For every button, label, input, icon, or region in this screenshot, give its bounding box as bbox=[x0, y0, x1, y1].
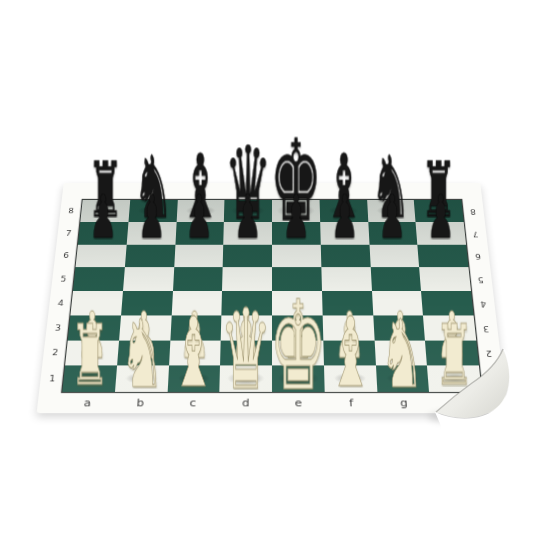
rank-label-left-6: 6 bbox=[63, 252, 69, 259]
piece-contact-shadow bbox=[185, 206, 215, 215]
square-a7 bbox=[78, 222, 128, 244]
square-a5 bbox=[73, 267, 125, 291]
square-b6 bbox=[125, 244, 175, 267]
piece-contact-shadow bbox=[189, 229, 210, 236]
square-b7 bbox=[126, 222, 176, 244]
square-e8 bbox=[272, 200, 320, 222]
square-g7 bbox=[368, 222, 418, 244]
piece-contact-shadow bbox=[376, 206, 406, 215]
queen-glyph: ♛ bbox=[225, 133, 272, 235]
bishop-glyph: ♝ bbox=[328, 305, 373, 401]
piece-contact-shadow bbox=[286, 229, 307, 236]
rank-label-right-6: 6 bbox=[475, 252, 481, 259]
rank-label-right-7: 7 bbox=[472, 229, 478, 236]
piece-contact-shadow bbox=[430, 229, 451, 236]
square-g5 bbox=[370, 267, 421, 291]
square-c7 bbox=[175, 222, 224, 244]
rank-label-left-7: 7 bbox=[65, 229, 71, 236]
pawn-glyph: ♟ bbox=[89, 187, 117, 247]
knight-glyph: ♞ bbox=[133, 145, 173, 231]
square-b8 bbox=[128, 200, 177, 222]
pawn-glyph: ♟ bbox=[186, 187, 214, 247]
chess-set-photo: abcdefgh1122334455667788 ♜♞♝♛♚♝♞♜♟♟♟♟♟♟♟… bbox=[0, 0, 550, 550]
knight-glyph: ♞ bbox=[371, 145, 411, 231]
bishop-glyph: ♝ bbox=[323, 144, 364, 232]
piece-contact-shadow bbox=[425, 206, 452, 214]
king-glyph: ♚ bbox=[269, 285, 327, 409]
square-e7 bbox=[272, 222, 321, 244]
rank-label-left-8: 8 bbox=[68, 207, 74, 214]
square-g6 bbox=[369, 244, 419, 267]
square-e6 bbox=[272, 244, 321, 267]
square-a8 bbox=[80, 200, 130, 222]
board-scene: abcdefgh1122334455667788 ♜♞♝♛♚♝♞♜♟♟♟♟♟♟♟… bbox=[0, 0, 550, 550]
knight-glyph: ♞ bbox=[120, 307, 164, 401]
rook-glyph: ♜ bbox=[87, 152, 123, 229]
piece-contact-shadow bbox=[92, 206, 119, 214]
square-h8 bbox=[414, 200, 464, 222]
rank-label-right-8: 8 bbox=[470, 207, 476, 214]
pawn-glyph: ♟ bbox=[282, 187, 310, 247]
pieces-layer: ♜♞♝♛♚♝♞♜♟♟♟♟♟♟♟♟♟♟♟♟♟♟♟♟♜♞♝♛♚♝♞♜ bbox=[37, 183, 508, 413]
piece-contact-shadow bbox=[138, 206, 168, 215]
piece-contact-shadow bbox=[231, 205, 266, 216]
bishop-glyph: ♝ bbox=[180, 144, 221, 232]
rook-glyph: ♜ bbox=[421, 152, 457, 229]
square-f6 bbox=[321, 244, 371, 267]
piece-contact-shadow bbox=[328, 206, 358, 215]
piece-contact-shadow bbox=[141, 229, 162, 236]
square-d6 bbox=[223, 244, 272, 267]
rook-glyph: ♜ bbox=[435, 315, 474, 399]
piece-contact-shadow bbox=[382, 229, 403, 236]
knight-glyph: ♞ bbox=[380, 307, 424, 401]
square-f8 bbox=[319, 200, 367, 222]
pawn-glyph: ♟ bbox=[137, 187, 165, 247]
pawn-glyph: ♟ bbox=[234, 187, 262, 247]
piece-contact-shadow bbox=[277, 205, 316, 217]
square-d8 bbox=[224, 200, 272, 222]
square-f5 bbox=[321, 267, 371, 291]
piece-contact-shadow bbox=[334, 229, 355, 236]
square-a6 bbox=[76, 244, 127, 267]
square-c6 bbox=[174, 244, 224, 267]
pawn-glyph: ♟ bbox=[330, 187, 358, 247]
square-c8 bbox=[176, 200, 224, 222]
square-h5 bbox=[419, 267, 471, 291]
pawn-glyph: ♟ bbox=[427, 187, 455, 247]
pawn-glyph: ♟ bbox=[379, 187, 407, 247]
bishop-glyph: ♝ bbox=[171, 305, 216, 401]
vinyl-mat: abcdefgh1122334455667788 ♜♞♝♛♚♝♞♜♟♟♟♟♟♟♟… bbox=[37, 183, 508, 413]
square-d7 bbox=[223, 222, 272, 244]
square-h7 bbox=[416, 222, 466, 244]
piece-contact-shadow bbox=[238, 229, 259, 236]
square-h6 bbox=[418, 244, 469, 267]
rank-label-left-5: 5 bbox=[60, 275, 67, 283]
square-g8 bbox=[367, 200, 416, 222]
square-b5 bbox=[123, 267, 174, 291]
rook-glyph: ♜ bbox=[70, 315, 109, 399]
square-f7 bbox=[320, 222, 369, 244]
queen-glyph: ♛ bbox=[220, 294, 272, 405]
square-c5 bbox=[173, 267, 223, 291]
rank-label-right-5: 5 bbox=[477, 275, 484, 283]
piece-contact-shadow bbox=[93, 229, 114, 236]
king-glyph: ♚ bbox=[269, 125, 322, 238]
